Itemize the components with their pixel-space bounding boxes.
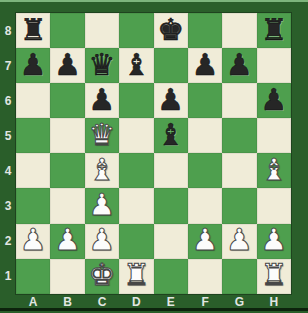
square-g7[interactable]: ♟ [222, 48, 256, 83]
file-label-a: A [16, 294, 50, 309]
rank-label-4: 4 [0, 153, 16, 188]
square-c7[interactable]: ♛ [85, 48, 119, 83]
piece-white-rook: ♜ [123, 260, 150, 290]
square-c8[interactable] [85, 13, 119, 48]
border-bottom-line [0, 308, 308, 311]
square-b7[interactable]: ♟ [50, 48, 84, 83]
square-h4[interactable]: ♝ [257, 153, 291, 188]
rank-label-6: 6 [0, 83, 16, 118]
square-d1[interactable]: ♜ [119, 259, 153, 294]
square-d4[interactable] [119, 153, 153, 188]
square-g1[interactable] [222, 259, 256, 294]
square-e8[interactable]: ♚ [154, 13, 188, 48]
square-d8[interactable] [119, 13, 153, 48]
square-f6[interactable] [188, 83, 222, 118]
piece-black-pawn: ♟ [54, 50, 81, 80]
piece-black-bishop: ♝ [157, 120, 184, 150]
piece-white-king: ♚ [89, 260, 116, 290]
square-g5[interactable] [222, 118, 256, 153]
square-e6[interactable]: ♟ [154, 83, 188, 118]
square-a3[interactable] [16, 188, 50, 223]
square-g8[interactable] [222, 13, 256, 48]
rank-label-8: 8 [0, 13, 16, 48]
square-a8[interactable]: ♜ [16, 13, 50, 48]
piece-black-pawn: ♟ [226, 50, 253, 80]
square-h1[interactable]: ♜ [257, 259, 291, 294]
square-a5[interactable] [16, 118, 50, 153]
piece-white-queen: ♛ [89, 120, 116, 150]
piece-black-queen: ♛ [89, 50, 116, 80]
square-b4[interactable] [50, 153, 84, 188]
square-h7[interactable] [257, 48, 291, 83]
piece-black-pawn: ♟ [157, 85, 184, 115]
file-labels: ABCDEFGH [16, 294, 291, 309]
square-b2[interactable]: ♟ [50, 224, 84, 259]
piece-black-rook: ♜ [260, 15, 287, 45]
square-a6[interactable] [16, 83, 50, 118]
piece-white-pawn: ♟ [192, 225, 219, 255]
square-e7[interactable] [154, 48, 188, 83]
square-g4[interactable] [222, 153, 256, 188]
square-c3[interactable]: ♟ [85, 188, 119, 223]
square-e1[interactable] [154, 259, 188, 294]
square-g6[interactable] [222, 83, 256, 118]
file-label-f: F [188, 294, 222, 309]
piece-white-pawn: ♟ [89, 190, 116, 220]
square-f3[interactable] [188, 188, 222, 223]
piece-white-pawn: ♟ [54, 225, 81, 255]
square-e2[interactable] [154, 224, 188, 259]
square-b8[interactable] [50, 13, 84, 48]
square-h5[interactable] [257, 118, 291, 153]
piece-white-rook: ♜ [260, 260, 287, 290]
chess-board: ♜♚♜♟♟♛♝♟♟♟♟♟♛♝♝♝♟♟♟♟♟♟♟♚♜♜ [16, 13, 291, 294]
square-d5[interactable] [119, 118, 153, 153]
square-e5[interactable]: ♝ [154, 118, 188, 153]
piece-black-pawn: ♟ [192, 50, 219, 80]
square-d7[interactable]: ♝ [119, 48, 153, 83]
square-h3[interactable] [257, 188, 291, 223]
piece-white-pawn: ♟ [226, 225, 253, 255]
square-c5[interactable]: ♛ [85, 118, 119, 153]
square-a7[interactable]: ♟ [16, 48, 50, 83]
square-a2[interactable]: ♟ [16, 224, 50, 259]
piece-black-pawn: ♟ [260, 85, 287, 115]
square-f4[interactable] [188, 153, 222, 188]
file-label-b: B [50, 294, 84, 309]
rank-label-2: 2 [0, 224, 16, 259]
rank-label-5: 5 [0, 118, 16, 153]
rank-labels: 87654321 [0, 13, 16, 294]
square-h2[interactable]: ♟ [257, 224, 291, 259]
square-g3[interactable] [222, 188, 256, 223]
square-d2[interactable] [119, 224, 153, 259]
rank-label-1: 1 [0, 259, 16, 294]
file-label-d: D [119, 294, 153, 309]
border-top-highlight [0, 0, 308, 2]
piece-black-king: ♚ [157, 15, 184, 45]
square-b6[interactable] [50, 83, 84, 118]
square-f7[interactable]: ♟ [188, 48, 222, 83]
square-b5[interactable] [50, 118, 84, 153]
square-d6[interactable] [119, 83, 153, 118]
rank-label-7: 7 [0, 48, 16, 83]
piece-white-pawn: ♟ [20, 225, 47, 255]
square-a4[interactable] [16, 153, 50, 188]
square-d3[interactable] [119, 188, 153, 223]
file-label-h: H [257, 294, 291, 309]
square-f1[interactable] [188, 259, 222, 294]
square-b1[interactable] [50, 259, 84, 294]
piece-white-pawn: ♟ [89, 225, 116, 255]
file-label-g: G [222, 294, 256, 309]
square-f8[interactable] [188, 13, 222, 48]
square-e3[interactable] [154, 188, 188, 223]
square-g2[interactable]: ♟ [222, 224, 256, 259]
piece-black-rook: ♜ [20, 15, 47, 45]
chess-board-widget: 87654321 ♜♚♜♟♟♛♝♟♟♟♟♟♛♝♝♝♟♟♟♟♟♟♟♚♜♜ ABCD… [0, 0, 308, 313]
piece-black-pawn: ♟ [89, 85, 116, 115]
square-h6[interactable]: ♟ [257, 83, 291, 118]
piece-white-bishop: ♝ [260, 155, 287, 185]
file-label-c: C [85, 294, 119, 309]
square-a1[interactable] [16, 259, 50, 294]
piece-black-bishop: ♝ [123, 50, 150, 80]
square-c1[interactable]: ♚ [85, 259, 119, 294]
piece-white-bishop: ♝ [89, 155, 116, 185]
square-f2[interactable]: ♟ [188, 224, 222, 259]
rank-label-3: 3 [0, 188, 16, 223]
square-e4[interactable] [154, 153, 188, 188]
square-c6[interactable]: ♟ [85, 83, 119, 118]
square-f5[interactable] [188, 118, 222, 153]
piece-white-pawn: ♟ [260, 225, 287, 255]
square-h8[interactable]: ♜ [257, 13, 291, 48]
piece-black-pawn: ♟ [20, 50, 47, 80]
file-label-e: E [154, 294, 188, 309]
square-c4[interactable]: ♝ [85, 153, 119, 188]
square-c2[interactable]: ♟ [85, 224, 119, 259]
square-b3[interactable] [50, 188, 84, 223]
